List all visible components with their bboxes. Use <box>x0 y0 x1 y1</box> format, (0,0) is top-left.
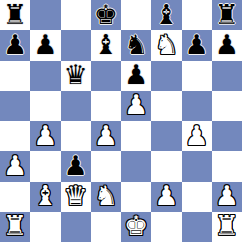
white-knight: ♞ <box>94 182 118 209</box>
square-b8[interactable] <box>30 0 60 30</box>
black-pawn: ♟ <box>124 61 148 88</box>
square-c7[interactable] <box>61 30 91 60</box>
square-d2[interactable]: ♞ <box>91 182 121 212</box>
square-e2[interactable] <box>121 182 151 212</box>
square-e6[interactable]: ♟ <box>121 61 151 91</box>
square-f2[interactable]: ♟ <box>151 182 181 212</box>
black-knight: ♞ <box>124 31 148 58</box>
square-h6[interactable] <box>212 61 242 91</box>
square-h3[interactable] <box>212 151 242 181</box>
square-g3[interactable] <box>182 151 212 181</box>
square-c8[interactable] <box>61 0 91 30</box>
white-pawn: ♟ <box>215 182 239 209</box>
square-g6[interactable] <box>182 61 212 91</box>
square-h4[interactable] <box>212 121 242 151</box>
square-c1[interactable] <box>61 212 91 242</box>
white-king: ♚ <box>124 212 148 239</box>
black-pawn: ♟ <box>33 31 57 58</box>
square-f4[interactable] <box>151 121 181 151</box>
square-f6[interactable] <box>151 61 181 91</box>
black-pawn: ♟ <box>185 31 209 58</box>
square-c6[interactable]: ♛ <box>61 61 91 91</box>
square-d8[interactable]: ♚ <box>91 0 121 30</box>
white-pawn: ♟ <box>33 122 57 149</box>
square-g5[interactable] <box>182 91 212 121</box>
square-c3[interactable]: ♟ <box>61 151 91 181</box>
square-e1[interactable]: ♚ <box>121 212 151 242</box>
square-a5[interactable] <box>0 91 30 121</box>
white-rook: ♜ <box>3 212 27 239</box>
black-bishop: ♝ <box>154 1 178 28</box>
square-f3[interactable] <box>151 151 181 181</box>
square-h8[interactable]: ♜ <box>212 0 242 30</box>
square-d6[interactable] <box>91 61 121 91</box>
square-a1[interactable]: ♜ <box>0 212 30 242</box>
square-c4[interactable] <box>61 121 91 151</box>
white-pawn: ♟ <box>185 122 209 149</box>
square-b2[interactable]: ♝ <box>30 182 60 212</box>
square-d7[interactable]: ♝ <box>91 30 121 60</box>
square-a4[interactable] <box>0 121 30 151</box>
square-e4[interactable] <box>121 121 151 151</box>
white-bishop: ♝ <box>33 182 57 209</box>
square-g7[interactable]: ♟ <box>182 30 212 60</box>
white-pawn: ♟ <box>124 91 148 118</box>
black-bishop: ♝ <box>94 31 118 58</box>
square-a6[interactable] <box>0 61 30 91</box>
square-b7[interactable]: ♟ <box>30 30 60 60</box>
square-h7[interactable]: ♟ <box>212 30 242 60</box>
square-f5[interactable] <box>151 91 181 121</box>
square-h5[interactable] <box>212 91 242 121</box>
square-f8[interactable]: ♝ <box>151 0 181 30</box>
square-g1[interactable] <box>182 212 212 242</box>
square-e5[interactable]: ♟ <box>121 91 151 121</box>
square-b4[interactable]: ♟ <box>30 121 60 151</box>
square-b6[interactable] <box>30 61 60 91</box>
black-pawn: ♟ <box>215 31 239 58</box>
square-b3[interactable] <box>30 151 60 181</box>
square-d3[interactable] <box>91 151 121 181</box>
square-g8[interactable] <box>182 0 212 30</box>
white-knight: ♞ <box>154 31 178 58</box>
chess-board: ♜♚♝♜♟♟♝♞♞♟♟♛♟♟♟♟♟♟♟♝♛♞♟♟♜♚♜ <box>0 0 242 242</box>
square-d1[interactable] <box>91 212 121 242</box>
white-queen: ♛ <box>64 182 88 209</box>
white-rook: ♜ <box>215 212 239 239</box>
square-e3[interactable] <box>121 151 151 181</box>
square-c2[interactable]: ♛ <box>61 182 91 212</box>
black-rook: ♜ <box>3 1 27 28</box>
black-rook: ♜ <box>215 1 239 28</box>
black-pawn: ♟ <box>64 152 88 179</box>
square-c5[interactable] <box>61 91 91 121</box>
square-g4[interactable]: ♟ <box>182 121 212 151</box>
square-f7[interactable]: ♞ <box>151 30 181 60</box>
square-f1[interactable] <box>151 212 181 242</box>
square-h1[interactable]: ♜ <box>212 212 242 242</box>
black-king: ♚ <box>94 1 118 28</box>
square-a3[interactable]: ♟ <box>0 151 30 181</box>
square-e8[interactable] <box>121 0 151 30</box>
black-pawn: ♟ <box>3 31 27 58</box>
square-h2[interactable]: ♟ <box>212 182 242 212</box>
square-b5[interactable] <box>30 91 60 121</box>
square-g2[interactable] <box>182 182 212 212</box>
square-a2[interactable] <box>0 182 30 212</box>
square-a7[interactable]: ♟ <box>0 30 30 60</box>
square-e7[interactable]: ♞ <box>121 30 151 60</box>
square-a8[interactable]: ♜ <box>0 0 30 30</box>
square-d4[interactable]: ♟ <box>91 121 121 151</box>
white-pawn: ♟ <box>3 152 27 179</box>
white-pawn: ♟ <box>154 182 178 209</box>
square-d5[interactable] <box>91 91 121 121</box>
black-queen: ♛ <box>64 61 88 88</box>
white-pawn: ♟ <box>94 122 118 149</box>
square-b1[interactable] <box>30 212 60 242</box>
